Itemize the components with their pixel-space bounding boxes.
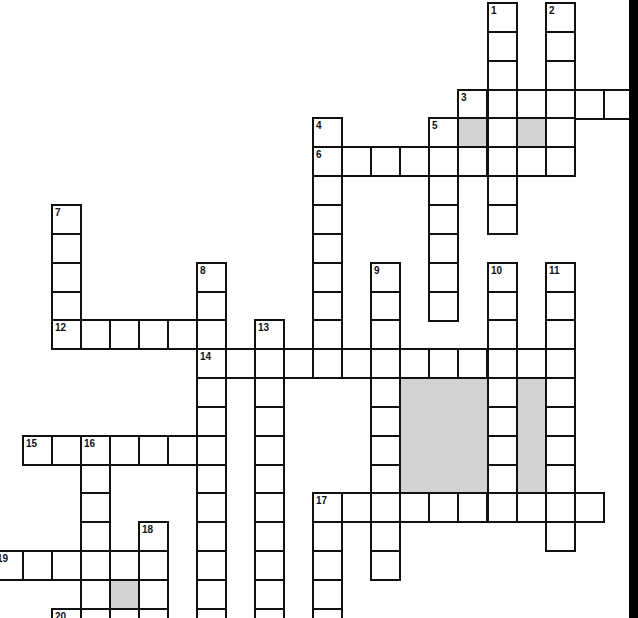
crossword-cell[interactable] <box>51 550 82 581</box>
gray-block <box>516 377 547 494</box>
crossword-cell[interactable] <box>545 435 576 466</box>
crossword-cell[interactable] <box>487 348 518 379</box>
crossword-cell[interactable] <box>225 348 256 379</box>
crossword-cell[interactable] <box>487 406 518 437</box>
crossword-cell[interactable] <box>167 435 198 466</box>
crossword-cell[interactable] <box>516 492 547 523</box>
crossword-cell[interactable] <box>254 579 285 610</box>
crossword-cell[interactable] <box>428 146 459 177</box>
crossword-cell[interactable] <box>487 204 518 235</box>
crossword-cell[interactable] <box>370 319 401 350</box>
clue-number-5: 5 <box>430 119 438 131</box>
clue-number-17: 17 <box>314 494 327 506</box>
crossword-cell[interactable] <box>516 146 547 177</box>
crossword-cell[interactable] <box>545 31 576 62</box>
crossword-cell[interactable] <box>312 521 343 552</box>
crossword-cell[interactable] <box>545 521 576 552</box>
clue-number-9: 9 <box>372 264 380 276</box>
crossword-cell[interactable] <box>51 262 82 293</box>
crossword-cell[interactable] <box>516 348 547 379</box>
clue-number-8: 8 <box>198 264 206 276</box>
clue-number-1: 1 <box>489 4 497 16</box>
crossword-cell[interactable] <box>545 319 576 350</box>
crossword-cell[interactable] <box>196 377 227 408</box>
crossword-cell[interactable] <box>487 31 518 62</box>
crossword-cell[interactable] <box>312 348 343 379</box>
clue-number-16: 16 <box>82 437 95 449</box>
crossword-cell[interactable] <box>80 319 111 350</box>
crossword-cell[interactable] <box>254 550 285 581</box>
crossword-cell[interactable] <box>370 492 401 523</box>
crossword-cell[interactable] <box>80 579 111 610</box>
crossword-cell[interactable] <box>341 146 372 177</box>
crossword-cell[interactable] <box>545 348 576 379</box>
clue-number-2: 2 <box>547 4 555 16</box>
crossword-cell[interactable] <box>428 204 459 235</box>
crossword-cell[interactable] <box>545 291 576 322</box>
crossword-cell[interactable] <box>487 60 518 91</box>
crossword-cell[interactable] <box>138 435 169 466</box>
crossword-cell[interactable] <box>254 492 285 523</box>
clue-number-3: 3 <box>459 91 467 103</box>
crossword-cell[interactable] <box>487 291 518 322</box>
shaded-cell <box>457 117 488 148</box>
crossword-cell[interactable] <box>457 492 488 523</box>
crossword-cell[interactable] <box>341 492 372 523</box>
crossword-cell[interactable] <box>457 348 488 379</box>
crossword-cell[interactable] <box>196 435 227 466</box>
crossword-cell[interactable] <box>574 89 605 120</box>
crossword-cell[interactable] <box>370 348 401 379</box>
clue-number-12: 12 <box>53 321 66 333</box>
crossword-cell[interactable] <box>109 435 140 466</box>
crossword-cell[interactable] <box>254 521 285 552</box>
crossword-cell[interactable] <box>312 262 343 293</box>
clue-number-10: 10 <box>489 264 502 276</box>
crossword-cell[interactable] <box>254 377 285 408</box>
crossword-cell[interactable] <box>138 550 169 581</box>
crossword-cell[interactable] <box>545 492 576 523</box>
crossword-cell[interactable] <box>428 175 459 206</box>
crossword-cell[interactable] <box>370 146 401 177</box>
crossword-cell[interactable] <box>399 348 430 379</box>
crossword-cell[interactable] <box>80 464 111 495</box>
crossword-cell[interactable] <box>516 89 547 120</box>
crossword-cell[interactable] <box>370 550 401 581</box>
crossword-cell[interactable] <box>487 435 518 466</box>
crossword-cell[interactable] <box>545 464 576 495</box>
crossword-cell[interactable] <box>196 579 227 610</box>
crossword-cell[interactable] <box>196 492 227 523</box>
crossword-cell[interactable] <box>109 550 140 581</box>
crossword-cell[interactable] <box>545 377 576 408</box>
crossword-cell[interactable] <box>428 262 459 293</box>
shaded-cell <box>516 117 547 148</box>
crossword-cell[interactable] <box>545 60 576 91</box>
crossword-cell[interactable] <box>196 521 227 552</box>
crossword-cell[interactable] <box>80 550 111 581</box>
crossword-cell[interactable] <box>312 204 343 235</box>
crossword-cell[interactable] <box>109 608 140 618</box>
crossword-cell[interactable] <box>254 464 285 495</box>
crossword-cell[interactable] <box>312 291 343 322</box>
crossword-cell[interactable] <box>196 464 227 495</box>
crossword-cell[interactable] <box>312 175 343 206</box>
crossword-cell[interactable] <box>399 492 430 523</box>
crossword-cell[interactable] <box>487 319 518 350</box>
crossword-cell[interactable] <box>574 492 605 523</box>
crossword-cell[interactable] <box>487 117 518 148</box>
crossword-cell[interactable] <box>312 608 343 618</box>
clue-number-4: 4 <box>314 119 322 131</box>
crossword-cell[interactable] <box>487 146 518 177</box>
crossword-board: 1234567891011121314151617181920 <box>0 0 638 618</box>
crossword-cell[interactable] <box>138 319 169 350</box>
crossword-cell[interactable] <box>428 233 459 264</box>
crossword-cell[interactable] <box>312 233 343 264</box>
clue-number-14: 14 <box>198 350 211 362</box>
right-edge-black-strip <box>629 0 638 618</box>
crossword-cell[interactable] <box>370 406 401 437</box>
crossword-cell[interactable] <box>487 464 518 495</box>
crossword-cell[interactable] <box>254 608 285 618</box>
crossword-cell[interactable] <box>312 550 343 581</box>
crossword-cell[interactable] <box>312 319 343 350</box>
crossword-cell[interactable] <box>428 348 459 379</box>
clue-number-18: 18 <box>140 523 153 535</box>
crossword-cell[interactable] <box>370 435 401 466</box>
crossword-cell[interactable] <box>254 406 285 437</box>
crossword-cell[interactable] <box>487 175 518 206</box>
crossword-cell[interactable] <box>487 89 518 120</box>
clue-number-19: 19 <box>0 552 8 564</box>
clue-number-11: 11 <box>547 264 560 276</box>
crossword-cell[interactable] <box>545 146 576 177</box>
crossword-cell[interactable] <box>487 377 518 408</box>
crossword-cell[interactable] <box>109 319 140 350</box>
clue-number-7: 7 <box>53 206 61 218</box>
crossword-cell[interactable] <box>428 291 459 322</box>
crossword-cell[interactable] <box>370 521 401 552</box>
shaded-cell <box>109 579 140 610</box>
clue-number-20: 20 <box>53 610 66 618</box>
crossword-cell[interactable] <box>167 319 198 350</box>
crossword-cell[interactable] <box>80 521 111 552</box>
crossword-cell[interactable] <box>196 608 227 618</box>
clue-number-6: 6 <box>314 148 322 160</box>
crossword-cell[interactable] <box>545 406 576 437</box>
crossword-cell[interactable] <box>196 319 227 350</box>
crossword-cell[interactable] <box>370 377 401 408</box>
crossword-cell[interactable] <box>254 348 285 379</box>
gray-block <box>399 377 489 494</box>
crossword-cell[interactable] <box>312 579 343 610</box>
crossword-cell[interactable] <box>22 550 53 581</box>
crossword-cell[interactable] <box>428 492 459 523</box>
crossword-cell[interactable] <box>370 464 401 495</box>
clue-number-15: 15 <box>24 437 37 449</box>
crossword-cell[interactable] <box>457 146 488 177</box>
crossword-cell[interactable] <box>196 550 227 581</box>
crossword-cell[interactable] <box>138 579 169 610</box>
crossword-cell[interactable] <box>138 608 169 618</box>
crossword-cell[interactable] <box>51 233 82 264</box>
crossword-cell[interactable] <box>341 348 372 379</box>
crossword-cell[interactable] <box>51 291 82 322</box>
crossword-cell[interactable] <box>283 348 314 379</box>
crossword-cell[interactable] <box>80 608 111 618</box>
crossword-cell[interactable] <box>51 435 82 466</box>
crossword-cell[interactable] <box>196 291 227 322</box>
crossword-cell[interactable] <box>370 291 401 322</box>
crossword-cell[interactable] <box>254 435 285 466</box>
crossword-cell[interactable] <box>196 406 227 437</box>
crossword-cell[interactable] <box>80 492 111 523</box>
crossword-cell[interactable] <box>487 492 518 523</box>
clue-number-13: 13 <box>256 321 269 333</box>
crossword-cell[interactable] <box>545 117 576 148</box>
crossword-cell[interactable] <box>545 89 576 120</box>
crossword-cell[interactable] <box>399 146 430 177</box>
